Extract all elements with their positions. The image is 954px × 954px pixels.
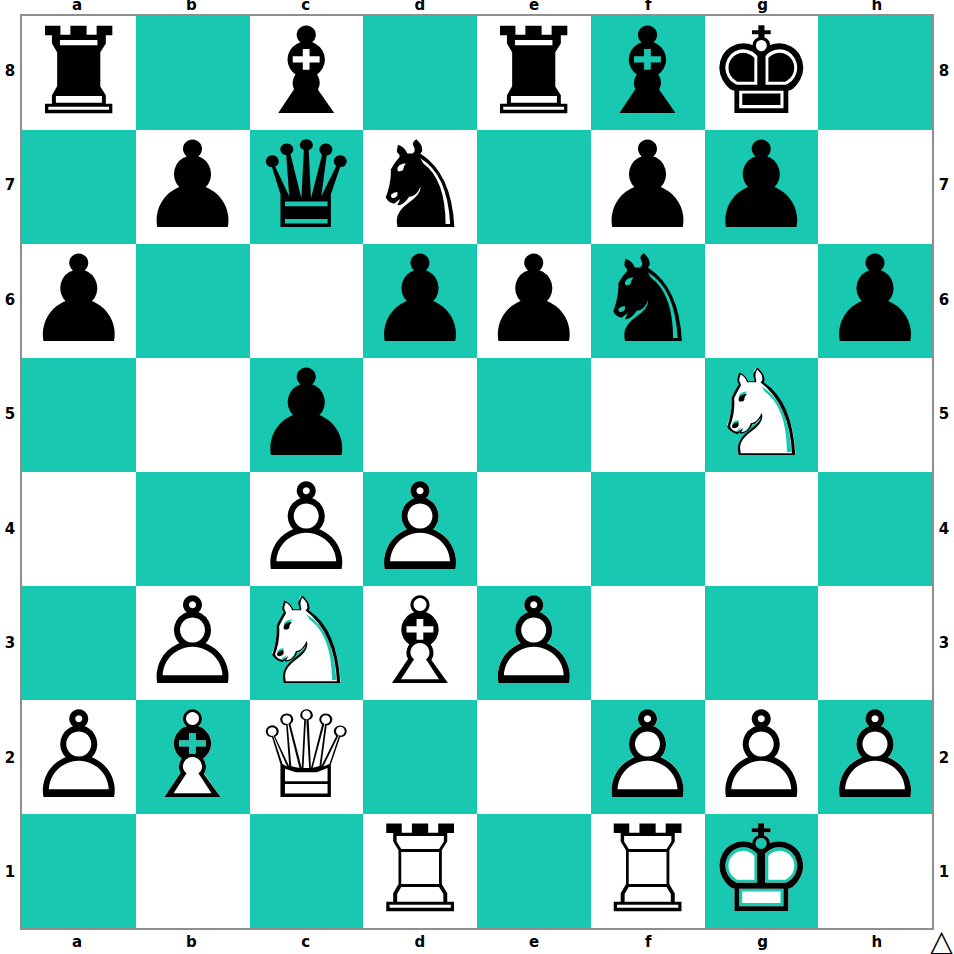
square-e5[interactable] <box>477 358 591 472</box>
file-label-a: a <box>20 931 134 954</box>
white-king: ♔ <box>705 814 819 928</box>
black-pawn: ♟ <box>477 244 591 358</box>
white-king-fill: ♚ <box>705 814 819 928</box>
file-label-b: b <box>134 931 248 954</box>
white-knight-fill: ♞ <box>250 586 364 700</box>
white-knight-fill: ♞ <box>705 358 819 472</box>
white-pawn: ♙ <box>705 700 819 814</box>
rank-label-6: 6 <box>0 243 20 358</box>
file-labels-top: abcdefgh <box>20 0 934 13</box>
square-c4[interactable]: ♟♙ <box>250 472 364 586</box>
square-e1[interactable] <box>477 814 591 928</box>
square-d2[interactable] <box>363 700 477 814</box>
square-f4[interactable] <box>591 472 705 586</box>
rank-label-8: 8 <box>934 14 954 129</box>
square-e8[interactable]: ♜ <box>477 16 591 130</box>
square-f3[interactable] <box>591 586 705 700</box>
square-g5[interactable]: ♞♘ <box>705 358 819 472</box>
white-pawn: ♙ <box>818 700 932 814</box>
white-to-move-indicator: △ <box>930 926 953 954</box>
rank-label-1: 1 <box>0 816 20 931</box>
rank-label-1: 1 <box>934 816 954 931</box>
black-rook: ♜ <box>477 16 591 130</box>
square-b2[interactable]: ♝♗ <box>136 700 250 814</box>
white-knight: ♘ <box>250 586 364 700</box>
square-c1[interactable] <box>250 814 364 928</box>
rank-label-3: 3 <box>934 587 954 702</box>
white-pawn: ♙ <box>477 586 591 700</box>
square-d3[interactable]: ♝♗ <box>363 586 477 700</box>
square-e7[interactable] <box>477 130 591 244</box>
rank-label-3: 3 <box>0 587 20 702</box>
file-label-a: a <box>20 0 134 13</box>
square-e6[interactable]: ♟ <box>477 244 591 358</box>
white-pawn: ♙ <box>250 472 364 586</box>
rank-labels-left: 87654321 <box>0 14 20 930</box>
black-bishop: ♝ <box>591 16 705 130</box>
file-label-d: d <box>363 931 477 954</box>
square-c5[interactable]: ♟ <box>250 358 364 472</box>
square-c6[interactable] <box>250 244 364 358</box>
square-h4[interactable] <box>818 472 932 586</box>
black-pawn: ♟ <box>363 244 477 358</box>
white-pawn-fill: ♟ <box>136 586 250 700</box>
square-e4[interactable] <box>477 472 591 586</box>
black-pawn: ♟ <box>591 130 705 244</box>
black-queen: ♛ <box>250 130 364 244</box>
white-pawn-fill: ♟ <box>22 700 136 814</box>
square-b3[interactable]: ♟♙ <box>136 586 250 700</box>
square-h1[interactable] <box>818 814 932 928</box>
square-a1[interactable] <box>22 814 136 928</box>
black-knight: ♞ <box>591 244 705 358</box>
white-pawn-fill: ♟ <box>818 700 932 814</box>
square-d6[interactable]: ♟ <box>363 244 477 358</box>
square-c2[interactable]: ♛♕ <box>250 700 364 814</box>
square-d1[interactable]: ♜♖ <box>363 814 477 928</box>
square-b4[interactable] <box>136 472 250 586</box>
square-d4[interactable]: ♟♙ <box>363 472 477 586</box>
square-g4[interactable] <box>705 472 819 586</box>
square-f7[interactable]: ♟ <box>591 130 705 244</box>
rank-label-5: 5 <box>934 358 954 473</box>
rank-label-5: 5 <box>0 358 20 473</box>
file-label-h: h <box>820 0 934 13</box>
file-label-b: b <box>134 0 248 13</box>
rank-label-7: 7 <box>934 129 954 244</box>
square-d8[interactable] <box>363 16 477 130</box>
square-h7[interactable] <box>818 130 932 244</box>
square-h3[interactable] <box>818 586 932 700</box>
black-knight: ♞ <box>363 130 477 244</box>
square-c3[interactable]: ♞♘ <box>250 586 364 700</box>
file-label-d: d <box>363 0 477 13</box>
black-pawn: ♟ <box>705 130 819 244</box>
black-pawn: ♟ <box>22 244 136 358</box>
white-pawn: ♙ <box>136 586 250 700</box>
square-a5[interactable] <box>22 358 136 472</box>
file-label-h: h <box>820 931 934 954</box>
square-f8[interactable]: ♝ <box>591 16 705 130</box>
square-g7[interactable]: ♟ <box>705 130 819 244</box>
rank-label-4: 4 <box>0 472 20 587</box>
square-a2[interactable]: ♟♙ <box>22 700 136 814</box>
square-f2[interactable]: ♟♙ <box>591 700 705 814</box>
square-b1[interactable] <box>136 814 250 928</box>
white-pawn-fill: ♟ <box>705 700 819 814</box>
white-knight: ♘ <box>705 358 819 472</box>
rank-label-6: 6 <box>934 243 954 358</box>
file-label-e: e <box>477 0 591 13</box>
black-pawn: ♟ <box>136 130 250 244</box>
square-b6[interactable] <box>136 244 250 358</box>
file-label-e: e <box>477 931 591 954</box>
square-e2[interactable] <box>477 700 591 814</box>
square-g8[interactable]: ♚ <box>705 16 819 130</box>
black-king: ♚ <box>705 16 819 130</box>
square-g3[interactable] <box>705 586 819 700</box>
white-pawn: ♙ <box>591 700 705 814</box>
rank-label-2: 2 <box>0 701 20 816</box>
square-b8[interactable] <box>136 16 250 130</box>
square-b7[interactable]: ♟ <box>136 130 250 244</box>
square-h5[interactable] <box>818 358 932 472</box>
file-label-c: c <box>249 0 363 13</box>
square-c8[interactable]: ♝ <box>250 16 364 130</box>
square-g1[interactable]: ♚♔ <box>705 814 819 928</box>
white-pawn-fill: ♟ <box>250 472 364 586</box>
square-d7[interactable]: ♞ <box>363 130 477 244</box>
white-rook: ♖ <box>363 814 477 928</box>
rank-labels-right: 87654321 <box>934 14 954 930</box>
white-rook-fill: ♜ <box>363 814 477 928</box>
black-pawn: ♟ <box>818 244 932 358</box>
square-f5[interactable] <box>591 358 705 472</box>
black-rook: ♜ <box>22 16 136 130</box>
white-bishop: ♗ <box>136 700 250 814</box>
white-pawn-fill: ♟ <box>363 472 477 586</box>
rank-label-7: 7 <box>0 129 20 244</box>
square-a8[interactable]: ♜ <box>22 16 136 130</box>
square-h2[interactable]: ♟♙ <box>818 700 932 814</box>
file-label-f: f <box>591 0 705 13</box>
square-g2[interactable]: ♟♙ <box>705 700 819 814</box>
white-rook: ♖ <box>591 814 705 928</box>
white-pawn: ♙ <box>22 700 136 814</box>
chess-diagram: abcdefgh 87654321 ♜♝♜♝♚♟♛♞♟♟♟♟♟♞♟♟♞♘♟♙♟♙… <box>0 0 954 954</box>
white-pawn: ♙ <box>363 472 477 586</box>
square-a3[interactable] <box>22 586 136 700</box>
chess-board: ♜♝♜♝♚♟♛♞♟♟♟♟♟♞♟♟♞♘♟♙♟♙♟♙♞♘♝♗♟♙♟♙♝♗♛♕♟♙♟♙… <box>20 14 934 930</box>
black-pawn: ♟ <box>250 358 364 472</box>
square-h6[interactable]: ♟ <box>818 244 932 358</box>
square-a7[interactable] <box>22 130 136 244</box>
white-queen-fill: ♛ <box>250 700 364 814</box>
square-a4[interactable] <box>22 472 136 586</box>
file-label-f: f <box>591 931 705 954</box>
square-b5[interactable] <box>136 358 250 472</box>
square-g6[interactable] <box>705 244 819 358</box>
white-bishop-fill: ♝ <box>363 586 477 700</box>
white-queen: ♕ <box>250 700 364 814</box>
file-label-g: g <box>706 0 820 13</box>
square-e3[interactable]: ♟♙ <box>477 586 591 700</box>
square-a6[interactable]: ♟ <box>22 244 136 358</box>
black-bishop: ♝ <box>250 16 364 130</box>
square-h8[interactable] <box>818 16 932 130</box>
white-bishop: ♗ <box>363 586 477 700</box>
white-rook-fill: ♜ <box>591 814 705 928</box>
square-f1[interactable]: ♜♖ <box>591 814 705 928</box>
file-label-c: c <box>249 931 363 954</box>
rank-label-4: 4 <box>934 472 954 587</box>
rank-label-2: 2 <box>934 701 954 816</box>
file-labels-bottom: abcdefgh <box>20 931 934 954</box>
white-pawn-fill: ♟ <box>591 700 705 814</box>
file-label-g: g <box>706 931 820 954</box>
square-f6[interactable]: ♞ <box>591 244 705 358</box>
square-c7[interactable]: ♛ <box>250 130 364 244</box>
square-d5[interactable] <box>363 358 477 472</box>
white-pawn-fill: ♟ <box>477 586 591 700</box>
white-bishop-fill: ♝ <box>136 700 250 814</box>
rank-label-8: 8 <box>0 14 20 129</box>
